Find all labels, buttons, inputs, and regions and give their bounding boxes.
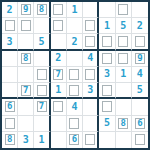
entered-digit: 8 [23, 54, 28, 63]
cell-r6c6: 3 [83, 83, 99, 99]
entry-box-filled[interactable]: 7 [37, 101, 47, 112]
entry-box-empty[interactable] [135, 134, 145, 145]
entered-digit: 7 [56, 70, 61, 79]
cell-r5c4[interactable]: 7 [51, 67, 67, 83]
entry-box-empty[interactable] [118, 4, 128, 15]
given-digit: 2 [7, 5, 13, 15]
given-digit: 3 [23, 135, 29, 145]
cell-r2c5 [67, 18, 83, 34]
cell-r7c6 [83, 99, 99, 115]
cell-r1c5: 1 [67, 2, 83, 18]
entry-box-filled[interactable]: 8 [5, 134, 15, 145]
cell-r3c7[interactable] [99, 34, 115, 50]
cell-r7c4[interactable] [51, 99, 67, 115]
cell-r2c6[interactable] [83, 18, 99, 34]
entry-box-empty[interactable] [37, 85, 47, 96]
entry-box-empty[interactable] [102, 36, 112, 47]
cell-r4c2[interactable]: 8 [18, 51, 34, 67]
entered-digit: 7 [39, 102, 44, 111]
cell-r4c4: 2 [51, 51, 67, 67]
entered-digit: 8 [7, 135, 12, 144]
given-digit: 4 [71, 102, 77, 112]
cell-r3c6[interactable] [83, 34, 99, 50]
cell-r9c1[interactable]: 8 [2, 132, 18, 148]
entry-box-empty[interactable] [118, 53, 128, 64]
entered-digit: 7 [23, 86, 28, 95]
cell-r2c3 [34, 18, 50, 34]
cell-r9c2: 3 [18, 132, 34, 148]
cell-r9c4 [51, 132, 67, 148]
cell-r7c9 [132, 99, 148, 115]
cell-r1c3[interactable]: 8 [34, 2, 50, 18]
cell-r6c9: 5 [132, 83, 148, 99]
cell-r5c3[interactable] [34, 67, 50, 83]
given-digit: 4 [137, 69, 143, 79]
cell-r1c8[interactable] [116, 2, 132, 18]
entered-digit: 9 [23, 5, 28, 14]
cell-r4c8[interactable] [116, 51, 132, 67]
entry-box-empty[interactable] [85, 134, 95, 145]
entry-box-empty[interactable] [85, 69, 95, 80]
entry-box-empty[interactable] [69, 69, 79, 80]
cell-r8c3 [34, 116, 50, 132]
entry-box-empty[interactable] [85, 20, 95, 31]
entry-box-empty[interactable] [5, 20, 15, 31]
cell-r6c2[interactable]: 7 [18, 83, 34, 99]
cell-r9c8 [116, 132, 132, 148]
entry-box-empty[interactable] [53, 20, 63, 31]
cell-r6c4: 1 [51, 83, 67, 99]
entry-box-empty[interactable] [21, 20, 31, 31]
given-digit: 1 [55, 85, 61, 95]
cell-r2c2[interactable] [18, 18, 34, 34]
cell-r6c8 [116, 83, 132, 99]
cell-r9c7 [99, 132, 115, 148]
given-digit: 3 [7, 37, 13, 47]
given-digit: 1 [39, 135, 45, 145]
entered-digit: 6 [72, 135, 77, 144]
cell-r5c5[interactable] [67, 67, 83, 83]
cell-r4c7[interactable] [99, 51, 115, 67]
cell-r9c6[interactable] [83, 132, 99, 148]
cell-r3c9[interactable] [132, 34, 148, 50]
given-digit: 1 [71, 5, 77, 15]
cell-r2c7: 1 [99, 18, 115, 34]
cell-r2c4[interactable] [51, 18, 67, 34]
entry-box-empty[interactable] [102, 101, 112, 112]
entry-box-empty[interactable] [85, 36, 95, 47]
cell-r7c2 [18, 99, 34, 115]
cell-r7c3[interactable]: 7 [34, 99, 50, 115]
entry-box-empty[interactable] [69, 118, 79, 129]
entry-box-filled[interactable]: 8 [118, 118, 128, 129]
cell-r3c5: 2 [67, 34, 83, 50]
entry-box-empty[interactable] [102, 53, 112, 64]
cell-r6c3[interactable] [34, 83, 50, 99]
cell-r1c1: 2 [2, 2, 18, 18]
cell-r7c8 [116, 99, 132, 115]
entry-box-filled[interactable]: 8 [37, 4, 47, 15]
entered-digit: 9 [137, 54, 142, 63]
entry-box-empty[interactable] [135, 36, 145, 47]
entry-box-empty[interactable] [53, 4, 63, 15]
cell-r8c9[interactable]: 6 [132, 116, 148, 132]
given-digit: 1 [120, 69, 126, 79]
cell-r9c5[interactable]: 6 [67, 132, 83, 148]
cell-r3c3: 5 [34, 34, 50, 50]
cell-r5c1 [2, 67, 18, 83]
entered-digit: 6 [7, 102, 12, 111]
entry-box-filled[interactable]: 9 [135, 53, 145, 64]
cell-r2c8: 5 [116, 18, 132, 34]
entered-digit: 8 [120, 119, 125, 128]
entered-digit: 6 [137, 119, 142, 128]
cell-r8c4 [51, 116, 67, 132]
entry-box-filled[interactable]: 6 [69, 134, 79, 145]
given-digit: 4 [87, 53, 93, 63]
cell-r1c7 [99, 2, 115, 18]
cell-r2c1[interactable] [2, 18, 18, 34]
cell-r1c9 [132, 2, 148, 18]
given-digit: 3 [104, 69, 110, 79]
entered-digit: 8 [39, 5, 44, 14]
cell-r1c4[interactable] [51, 2, 67, 18]
cell-r6c7[interactable] [99, 83, 115, 99]
entry-box-filled[interactable]: 9 [21, 4, 31, 15]
cell-r3c4 [51, 34, 67, 50]
given-digit: 1 [104, 21, 110, 31]
cell-r3c2 [18, 34, 34, 50]
cell-r5c2 [18, 67, 34, 83]
cell-r1c6 [83, 2, 99, 18]
cell-r5c8: 1 [116, 67, 132, 83]
given-digit: 5 [137, 85, 143, 95]
entry-box-empty[interactable] [102, 85, 112, 96]
cell-r6c5[interactable] [67, 83, 83, 99]
given-digit: 2 [137, 21, 143, 31]
cell-r1c2[interactable]: 9 [18, 2, 34, 18]
cell-r8c6 [83, 116, 99, 132]
cell-r8c5[interactable] [67, 116, 83, 132]
cell-r3c1: 3 [2, 34, 18, 50]
cell-r8c1[interactable] [2, 116, 18, 132]
cell-r4c5 [67, 51, 83, 67]
cell-r5c7: 3 [99, 67, 115, 83]
cell-r4c3 [34, 51, 50, 67]
given-digit: 5 [104, 118, 110, 128]
cell-r5c6[interactable] [83, 67, 99, 83]
given-digit: 2 [55, 53, 61, 63]
entry-box-empty[interactable] [118, 36, 128, 47]
cell-r6c1 [2, 83, 18, 99]
entry-box-filled[interactable]: 6 [5, 101, 15, 112]
cell-r4c6: 4 [83, 51, 99, 67]
entry-box-empty[interactable] [53, 101, 63, 112]
entry-box-empty[interactable] [5, 118, 15, 129]
sudoku-board: 29811523528249731471356745868316 [0, 0, 150, 150]
cell-r2c9: 2 [132, 18, 148, 34]
cell-r7c5: 4 [67, 99, 83, 115]
cell-r9c9[interactable] [132, 132, 148, 148]
entry-box-empty[interactable] [69, 85, 79, 96]
cell-r7c7[interactable] [99, 99, 115, 115]
given-digit: 3 [87, 85, 93, 95]
entry-box-filled[interactable]: 6 [135, 118, 145, 129]
cell-r4c9[interactable]: 9 [132, 51, 148, 67]
entry-box-filled[interactable]: 7 [21, 85, 31, 96]
cell-r3c8[interactable] [116, 34, 132, 50]
cell-r5c9: 4 [132, 67, 148, 83]
cell-r8c2 [18, 116, 34, 132]
given-digit: 5 [120, 21, 126, 31]
cell-r8c7: 5 [99, 116, 115, 132]
cell-r7c1[interactable]: 6 [2, 99, 18, 115]
cell-r9c3: 1 [34, 132, 50, 148]
entry-box-filled[interactable]: 7 [53, 69, 63, 80]
given-digit: 2 [71, 37, 77, 47]
cell-r8c8[interactable]: 8 [116, 116, 132, 132]
entry-box-filled[interactable]: 8 [21, 53, 31, 64]
given-digit: 5 [39, 37, 45, 47]
entry-box-empty[interactable] [37, 69, 47, 80]
cell-r4c1 [2, 51, 18, 67]
